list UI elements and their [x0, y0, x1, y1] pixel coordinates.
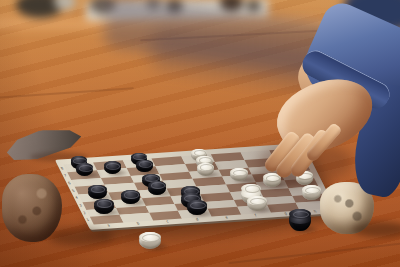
white-piece[interactable] [139, 232, 162, 249]
piece-ring [190, 202, 206, 209]
piece-top [76, 163, 93, 171]
piece-ring [97, 200, 113, 207]
white-piece[interactable] [302, 185, 321, 199]
piece-ring [293, 211, 309, 219]
board-coord-label: f [254, 213, 257, 217]
piece-top [241, 184, 260, 193]
black-piece[interactable] [121, 190, 140, 205]
board-coord-label: 6 [67, 181, 71, 185]
piece-top [289, 209, 310, 219]
board-coord-label: d [195, 217, 199, 221]
piece-ring [245, 185, 260, 192]
black-piece[interactable] [88, 185, 107, 199]
piece-top [302, 185, 321, 194]
piece-ring [91, 186, 106, 193]
board-coord-label: h [313, 209, 317, 213]
piece-top [187, 200, 207, 209]
piece-ring [139, 161, 153, 168]
piece-ring [106, 163, 120, 170]
piece-top [230, 168, 248, 176]
piece-top [94, 199, 114, 208]
white-piece[interactable] [230, 168, 248, 181]
board-coord-label: g [284, 211, 288, 215]
piece-ring [305, 187, 320, 194]
rock-right-shadow [352, 222, 400, 237]
piece-ring [200, 164, 214, 171]
board-coord-label: 1 [86, 218, 90, 222]
piece-ring [124, 191, 139, 198]
piece-top [88, 185, 107, 194]
board-coord-label: 4 [75, 196, 79, 200]
board-coord-label: c [166, 220, 170, 224]
table-plank-seam [228, 242, 400, 264]
white-piece[interactable] [197, 163, 214, 176]
board-coord-label: a [107, 224, 111, 228]
background-piece [246, 0, 261, 12]
black-piece[interactable] [136, 160, 153, 173]
black-piece[interactable] [94, 199, 114, 214]
rock-left-shadow [48, 228, 114, 246]
board-coord-label: e [225, 215, 229, 219]
white-piece[interactable] [247, 196, 267, 211]
table-plank-seam [0, 87, 134, 99]
piece-top [104, 161, 121, 169]
piece-top [136, 160, 153, 168]
board-coord-label: 8 [60, 166, 64, 170]
black-piece[interactable] [148, 181, 167, 195]
piece-ring [142, 234, 159, 242]
black-piece[interactable] [76, 163, 93, 176]
board-coord-label: 3 [79, 203, 83, 207]
piece-top [197, 163, 214, 171]
scene-checkers-photo: 87654321abcdefgh [0, 0, 400, 267]
piece-ring [250, 198, 265, 205]
board-coord-label: 2 [82, 211, 86, 215]
piece-top [121, 190, 140, 199]
black-king-piece[interactable] [289, 209, 310, 231]
black-piece[interactable] [104, 161, 121, 174]
piece-top [247, 196, 267, 205]
board-coord-label: b [136, 222, 140, 226]
piece-ring [233, 170, 247, 177]
board-coord-label: 5 [71, 188, 75, 192]
board-coord-label: 7 [63, 174, 67, 178]
black-piece[interactable] [187, 200, 207, 215]
piece-ring [79, 165, 93, 172]
